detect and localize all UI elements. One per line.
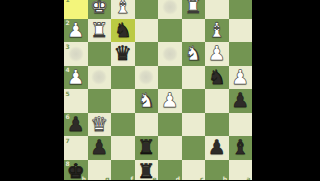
piece-white-pawn-a4[interactable]: ♟ [229,66,253,90]
piece-white-knight-e5[interactable]: ♞ [135,89,159,113]
square-e4[interactable] [135,66,159,90]
square-a7[interactable]: ♝ [229,136,253,160]
rank-label-6: 6 [66,114,70,120]
piece-white-rook-c1[interactable]: ♜ [182,0,206,19]
square-d4[interactable] [158,66,182,90]
square-g1[interactable]: ♚ [88,0,112,19]
file-label-a: a [246,176,250,181]
square-g7[interactable]: ♟ [88,136,112,160]
compression-ghost-artifact [162,0,178,15]
square-b1[interactable] [205,0,229,19]
square-d6[interactable] [158,113,182,137]
file-label-f: f [130,176,133,181]
piece-white-pawn-d5[interactable]: ♟ [158,89,182,113]
square-b8[interactable]: b [205,160,229,181]
square-b2[interactable]: ♝ [205,19,229,43]
square-f2[interactable]: ♞ [111,19,135,43]
square-h1[interactable]: 1 [64,0,88,19]
square-e2[interactable] [135,19,159,43]
chess-board[interactable]: 1♚♝♜♟2♜♞♝3♛♞♟♟4♞♟5♞♟♟♟6♛7♟♜♟♝♚8hgf♜edcba [64,0,252,180]
square-b4[interactable]: ♞ [205,66,229,90]
square-b5[interactable] [205,89,229,113]
square-c8[interactable]: c [182,160,206,181]
square-f3[interactable]: ♛ [111,42,135,66]
piece-white-king-g1[interactable]: ♚ [88,0,112,19]
square-d8[interactable]: d [158,160,182,181]
square-e5[interactable]: ♞ [135,89,159,113]
square-a2[interactable] [229,19,253,43]
square-c3[interactable]: ♞ [182,42,206,66]
file-label-d: d [176,176,180,181]
compression-ghost-artifact [91,69,107,85]
compression-ghost-artifact [138,69,154,85]
square-c2[interactable] [182,19,206,43]
file-label-g: g [105,176,109,181]
square-d3[interactable] [158,42,182,66]
square-h8[interactable]: ♚8h [64,160,88,181]
piece-black-queen-f3[interactable]: ♛ [111,42,135,66]
square-b3[interactable]: ♟ [205,42,229,66]
rank-label-5: 5 [66,91,70,97]
rank-label-3: 3 [66,44,70,50]
square-e3[interactable] [135,42,159,66]
square-a1[interactable] [229,0,253,19]
square-h4[interactable]: ♟4 [64,66,88,90]
square-f5[interactable] [111,89,135,113]
piece-white-bishop-f1[interactable]: ♝ [111,0,135,19]
file-label-c: c [200,176,204,181]
square-b6[interactable] [205,113,229,137]
piece-black-pawn-a5[interactable]: ♟ [229,89,253,113]
square-c1[interactable]: ♜ [182,0,206,19]
square-d1[interactable] [158,0,182,19]
square-g3[interactable] [88,42,112,66]
piece-black-bishop-a7[interactable]: ♝ [229,136,253,160]
video-frame: 1♚♝♜♟2♜♞♝3♛♞♟♟4♞♟5♞♟♟♟6♛7♟♜♟♝♚8hgf♜edcba [0,0,320,180]
square-h2[interactable]: ♟2 [64,19,88,43]
square-a3[interactable] [229,42,253,66]
square-a6[interactable] [229,113,253,137]
piece-black-pawn-g7[interactable]: ♟ [88,136,112,160]
square-g5[interactable] [88,89,112,113]
rank-label-7: 7 [66,138,70,144]
rank-label-1: 1 [66,0,70,3]
square-f1[interactable]: ♝ [111,0,135,19]
piece-white-queen-g6[interactable]: ♛ [88,113,112,137]
piece-white-pawn-b3[interactable]: ♟ [205,42,229,66]
square-a8[interactable]: a [229,160,253,181]
square-c5[interactable] [182,89,206,113]
file-label-h: h [82,176,86,181]
square-c7[interactable] [182,136,206,160]
square-e7[interactable]: ♜ [135,136,159,160]
piece-black-pawn-b7[interactable]: ♟ [205,136,229,160]
square-d5[interactable]: ♟ [158,89,182,113]
square-h3[interactable]: 3 [64,42,88,66]
square-e8[interactable]: ♜e [135,160,159,181]
rank-label-4: 4 [66,67,70,73]
square-e6[interactable] [135,113,159,137]
square-e1[interactable] [135,0,159,19]
square-d7[interactable] [158,136,182,160]
rank-label-2: 2 [66,20,70,26]
square-g2[interactable]: ♜ [88,19,112,43]
compression-ghost-artifact [162,46,178,62]
piece-black-rook-e7[interactable]: ♜ [135,136,159,160]
square-c4[interactable] [182,66,206,90]
letterbox-right [252,0,320,180]
square-f7[interactable] [111,136,135,160]
letterbox-left [0,0,64,180]
piece-white-bishop-b2[interactable]: ♝ [205,19,229,43]
square-b7[interactable]: ♟ [205,136,229,160]
piece-white-rook-g2[interactable]: ♜ [88,19,112,43]
square-f8[interactable]: f [111,160,135,181]
file-label-b: b [223,176,227,181]
square-h7[interactable]: 7 [64,136,88,160]
square-h6[interactable]: ♟6 [64,113,88,137]
compression-ghost-artifact [68,46,84,62]
square-f4[interactable] [111,66,135,90]
square-f6[interactable] [111,113,135,137]
square-g8[interactable]: g [88,160,112,181]
piece-black-knight-f2[interactable]: ♞ [111,19,135,43]
piece-black-knight-b4[interactable]: ♞ [205,66,229,90]
square-h5[interactable]: 5 [64,89,88,113]
square-a5[interactable]: ♟ [229,89,253,113]
square-a4[interactable]: ♟ [229,66,253,90]
square-g6[interactable]: ♛ [88,113,112,137]
square-d2[interactable] [158,19,182,43]
square-g4[interactable] [88,66,112,90]
square-c6[interactable] [182,113,206,137]
rank-label-8: 8 [66,161,70,167]
piece-white-knight-c3[interactable]: ♞ [182,42,206,66]
file-label-e: e [152,176,156,181]
